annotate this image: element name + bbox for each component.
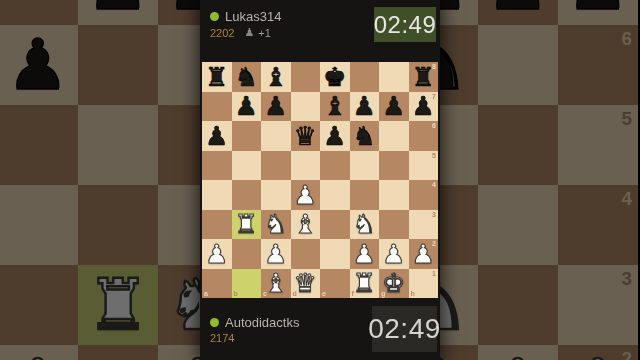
square-g3 — [478, 265, 558, 345]
square-h7: 7♟ — [558, 0, 638, 25]
black-pawn-a6[interactable]: ♟ — [202, 121, 232, 151]
clock-top-active: 02:49 — [374, 7, 436, 42]
square-c5[interactable] — [261, 151, 291, 181]
white-bishop-c1[interactable]: ♝ — [261, 269, 291, 299]
square-f6[interactable]: ♞ — [350, 121, 380, 151]
square-a4[interactable] — [202, 180, 232, 210]
square-b3: ♜ — [78, 265, 158, 345]
square-b6 — [78, 25, 158, 105]
square-g6 — [478, 25, 558, 105]
square-b2[interactable] — [232, 239, 262, 269]
square-h6[interactable]: 6 — [409, 121, 439, 151]
square-d2[interactable] — [291, 239, 321, 269]
black-pawn-c7[interactable]: ♟ — [261, 92, 291, 122]
black-queen-d6[interactable]: ♛ — [291, 121, 321, 151]
white-knight-c3[interactable]: ♞ — [261, 210, 291, 240]
black-pawn-b7: ♟ — [78, 0, 158, 25]
black-bishop-e7[interactable]: ♝ — [320, 92, 350, 122]
square-f4[interactable] — [350, 180, 380, 210]
white-rook-b3: ♜ — [78, 265, 158, 345]
black-rook-h8[interactable]: ♜ — [409, 62, 439, 92]
player-rating-bottom: 2174 — [210, 332, 234, 344]
square-b4 — [78, 185, 158, 265]
square-h4[interactable]: 4 — [409, 180, 439, 210]
square-a3[interactable] — [202, 210, 232, 240]
square-a1[interactable]: a — [202, 269, 232, 299]
square-a3 — [0, 265, 78, 345]
square-a4 — [0, 185, 78, 265]
black-pawn-a6: ♟ — [0, 25, 78, 105]
white-pawn-a2[interactable]: ♟ — [202, 239, 232, 269]
white-pawn-f2[interactable]: ♟ — [350, 239, 380, 269]
square-h5[interactable]: 5 — [409, 151, 439, 181]
square-b8[interactable]: ♞ — [232, 62, 262, 92]
square-b7: ♟ — [78, 0, 158, 25]
pawn-icon: ♟ — [244, 26, 254, 39]
rank-label-4: 4 — [432, 181, 436, 188]
square-g7: ♟ — [478, 0, 558, 25]
square-a2[interactable]: ♟ — [202, 239, 232, 269]
square-b6[interactable] — [232, 121, 262, 151]
square-c7[interactable]: ♟ — [261, 92, 291, 122]
square-d7[interactable] — [291, 92, 321, 122]
square-c6[interactable] — [261, 121, 291, 151]
square-d4[interactable]: ♟ — [291, 180, 321, 210]
square-b4[interactable] — [232, 180, 262, 210]
online-dot-icon — [210, 12, 219, 21]
square-f8[interactable] — [350, 62, 380, 92]
white-pawn-g2: ♟ — [478, 345, 558, 360]
square-c1[interactable]: c♝ — [261, 269, 291, 299]
file-label-b: b — [234, 290, 238, 297]
square-d3[interactable]: ♝ — [291, 210, 321, 240]
white-pawn-d4[interactable]: ♟ — [291, 180, 321, 210]
square-g2[interactable]: ♟ — [379, 239, 409, 269]
rank-label-3: 3 — [621, 269, 632, 288]
square-g6[interactable] — [379, 121, 409, 151]
square-e1[interactable]: e — [320, 269, 350, 299]
player-bar-top: Lukas314 2202 ♟ +1 02:49 — [200, 0, 440, 62]
square-g4[interactable] — [379, 180, 409, 210]
square-g7[interactable]: ♟ — [379, 92, 409, 122]
file-label-a: a — [204, 290, 208, 297]
square-a8[interactable]: ♜ — [202, 62, 232, 92]
file-label-e: e — [322, 290, 326, 297]
video-frame: ♜♞♝♚8♜♟♟♝♟♟7♟♟♛♟♞65♟4♜♞♝♞3♟♟♟♟2♟abc♝d♛ef… — [0, 0, 640, 360]
square-e7[interactable]: ♝ — [320, 92, 350, 122]
rank-label-3: 3 — [432, 211, 436, 218]
black-pawn-h7: ♟ — [558, 0, 638, 25]
square-b7[interactable]: ♟ — [232, 92, 262, 122]
file-label-h: h — [411, 290, 415, 297]
black-knight-b8[interactable]: ♞ — [232, 62, 262, 92]
square-g2: ♟ — [478, 345, 558, 360]
square-a2: ♟ — [0, 345, 78, 360]
online-dot-icon — [210, 318, 219, 327]
black-pawn-e6[interactable]: ♟ — [320, 121, 350, 151]
square-e5[interactable] — [320, 151, 350, 181]
material-advantage: +1 — [258, 27, 271, 39]
square-b1[interactable]: b — [232, 269, 262, 299]
white-pawn-h2[interactable]: ♟ — [409, 239, 439, 269]
rank-label-4: 4 — [621, 189, 632, 208]
square-f7[interactable]: ♟ — [350, 92, 380, 122]
black-pawn-f7[interactable]: ♟ — [350, 92, 380, 122]
white-pawn-g2[interactable]: ♟ — [379, 239, 409, 269]
rank-label-5: 5 — [432, 152, 436, 159]
square-h5: 5 — [558, 105, 638, 185]
white-pawn-a2: ♟ — [0, 345, 78, 360]
black-pawn-h7[interactable]: ♟ — [409, 92, 439, 122]
clock-bottom: 02:49 — [372, 306, 437, 352]
square-h6: 6 — [558, 25, 638, 105]
square-e6[interactable]: ♟ — [320, 121, 350, 151]
game-panel: Lukas314 2202 ♟ +1 02:49 ♜♞♝♚8♜♟♟♝♟♟7♟♟♛… — [200, 0, 440, 360]
square-b5[interactable] — [232, 151, 262, 181]
white-rook-b3[interactable]: ♜ — [232, 210, 262, 240]
square-h2: 2♟ — [558, 345, 638, 360]
black-king-e8[interactable]: ♚ — [320, 62, 350, 92]
white-king-g1[interactable]: ♚ — [379, 269, 409, 299]
square-d1[interactable]: d♛ — [291, 269, 321, 299]
square-h3: 3 — [558, 265, 638, 345]
player-name-bottom[interactable]: Autodidactks — [225, 315, 299, 330]
square-a6: ♟ — [0, 25, 78, 105]
square-b3[interactable]: ♜ — [232, 210, 262, 240]
black-bishop-c8[interactable]: ♝ — [261, 62, 291, 92]
square-g3[interactable] — [379, 210, 409, 240]
player-info-bottom: Autodidactks 2174 — [210, 315, 299, 344]
black-knight-f6[interactable]: ♞ — [350, 121, 380, 151]
square-b5 — [78, 105, 158, 185]
square-g5 — [478, 105, 558, 185]
black-pawn-b7[interactable]: ♟ — [232, 92, 262, 122]
white-pawn-c2[interactable]: ♟ — [261, 239, 291, 269]
square-b2 — [78, 345, 158, 360]
square-a6[interactable]: ♟ — [202, 121, 232, 151]
square-h1[interactable]: 1h — [409, 269, 439, 299]
black-pawn-g7: ♟ — [478, 0, 558, 25]
white-pawn-h2: ♟ — [558, 345, 638, 360]
square-f5[interactable] — [350, 151, 380, 181]
square-a7 — [0, 0, 78, 25]
square-c4[interactable] — [261, 180, 291, 210]
player-bar-bottom: Autodidactks 2174 02:49 — [200, 298, 440, 360]
square-g1[interactable]: g♚ — [379, 269, 409, 299]
square-h8[interactable]: 8♜ — [409, 62, 439, 92]
white-bishop-d3[interactable]: ♝ — [291, 210, 321, 240]
square-f1[interactable]: f♜ — [350, 269, 380, 299]
white-rook-f1[interactable]: ♜ — [350, 269, 380, 299]
square-h3[interactable]: 3 — [409, 210, 439, 240]
square-g4 — [478, 185, 558, 265]
square-d6[interactable]: ♛ — [291, 121, 321, 151]
square-a5[interactable] — [202, 151, 232, 181]
square-a7[interactable] — [202, 92, 232, 122]
player-name-top[interactable]: Lukas314 — [225, 9, 281, 24]
square-h4: 4 — [558, 185, 638, 265]
square-g8[interactable] — [379, 62, 409, 92]
square-c3[interactable]: ♞ — [261, 210, 291, 240]
white-queen-d1[interactable]: ♛ — [291, 269, 321, 299]
player-rating-top: 2202 — [210, 27, 234, 39]
square-f3[interactable]: ♞ — [350, 210, 380, 240]
chess-board: ♜♞♝♚8♜♟♟♝♟♟7♟♟♛♟♞65♟4♜♞♝♞3♟♟♟♟2♟abc♝d♛ef… — [202, 62, 438, 298]
rank-label-5: 5 — [621, 109, 632, 128]
rank-label-6: 6 — [621, 29, 632, 48]
square-d5[interactable] — [291, 151, 321, 181]
square-e2[interactable] — [320, 239, 350, 269]
square-h2[interactable]: 2♟ — [409, 239, 439, 269]
square-e8[interactable]: ♚ — [320, 62, 350, 92]
square-e3[interactable] — [320, 210, 350, 240]
white-knight-f3[interactable]: ♞ — [350, 210, 380, 240]
black-rook-a8[interactable]: ♜ — [202, 62, 232, 92]
square-c2[interactable]: ♟ — [261, 239, 291, 269]
square-g5[interactable] — [379, 151, 409, 181]
square-c8[interactable]: ♝ — [261, 62, 291, 92]
player-info-top: Lukas314 2202 ♟ +1 — [210, 9, 281, 39]
square-h7[interactable]: 7♟ — [409, 92, 439, 122]
rank-label-1: 1 — [432, 270, 436, 277]
black-pawn-g7[interactable]: ♟ — [379, 92, 409, 122]
square-d8[interactable] — [291, 62, 321, 92]
square-f2[interactable]: ♟ — [350, 239, 380, 269]
square-e4[interactable] — [320, 180, 350, 210]
rank-label-6: 6 — [432, 122, 436, 129]
square-a5 — [0, 105, 78, 185]
